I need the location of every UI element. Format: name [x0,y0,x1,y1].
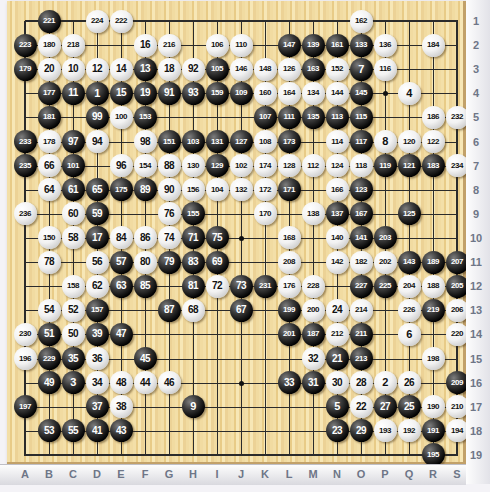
stone-G6[interactable]: 151 [158,130,181,153]
stone-A9[interactable]: 236 [14,202,37,225]
stone-H10[interactable]: 71 [182,226,205,249]
stone-C4[interactable]: 11 [62,82,85,105]
stone-D17[interactable]: 37 [86,395,109,418]
row-label-2: 2 [473,39,479,51]
stone-D11[interactable]: 56 [86,251,109,274]
column-label-P: P [381,468,388,480]
stone-B5[interactable]: 181 [38,106,61,129]
stone-B10[interactable]: 150 [38,226,61,249]
stone-I8[interactable]: 104 [206,178,229,201]
row-label-1: 1 [473,15,479,27]
stone-J8[interactable]: 132 [230,178,253,201]
stone-D18[interactable]: 41 [86,419,109,442]
stone-B16[interactable]: 49 [38,371,61,394]
stone-P12[interactable]: 225 [374,275,397,298]
stone-Q17[interactable]: 25 [398,395,421,418]
column-label-O: O [357,468,366,480]
stone-J2[interactable]: 110 [230,34,253,57]
row-label-19: 19 [470,449,482,461]
stone-F4[interactable]: 19 [134,82,157,105]
column-label-B: B [45,468,53,480]
stone-D1[interactable]: 224 [86,10,109,33]
row-label-10: 10 [470,232,482,244]
stone-L7[interactable]: 128 [278,154,301,177]
stone-N17[interactable]: 5 [326,395,349,418]
stone-D8[interactable]: 65 [86,178,109,201]
row-label-4: 4 [473,87,479,99]
column-label-E: E [117,468,124,480]
row-label-11: 11 [470,256,482,268]
stone-O8[interactable]: 123 [350,178,373,201]
stone-H11[interactable]: 83 [182,251,205,274]
stone-C14[interactable]: 50 [62,323,85,346]
stone-C15[interactable]: 35 [62,347,85,370]
stone-P6[interactable]: 8 [374,130,397,153]
stone-B1[interactable]: 221 [38,10,61,33]
stone-D12[interactable]: 62 [86,275,109,298]
stone-R13[interactable]: 219 [422,299,445,322]
column-label-A: A [21,468,29,480]
stone-M7[interactable]: 112 [302,154,325,177]
stone-N2[interactable]: 161 [326,34,349,57]
stone-B6[interactable]: 178 [38,130,61,153]
go-board[interactable]: 2212242221622231802181621610611014713916… [7,1,466,465]
stone-F11[interactable]: 80 [134,251,157,274]
stone-M5[interactable]: 135 [302,106,325,129]
stone-R7[interactable]: 183 [422,154,445,177]
stone-P10[interactable]: 203 [374,226,397,249]
stone-H13[interactable]: 68 [182,299,205,322]
row-label-9: 9 [473,208,479,220]
stone-M2[interactable]: 139 [302,34,325,57]
stone-B2[interactable]: 180 [38,34,61,57]
stone-G7[interactable]: 88 [158,154,181,177]
stone-P17[interactable]: 27 [374,395,397,418]
stone-N5[interactable]: 113 [326,106,349,129]
stone-L5[interactable]: 111 [278,106,301,129]
stone-E4[interactable]: 15 [110,82,133,105]
stone-E10[interactable]: 84 [110,226,133,249]
row-label-13: 13 [470,304,482,316]
stone-O1[interactable]: 162 [350,10,373,33]
stone-K8[interactable]: 172 [254,178,277,201]
stone-F10[interactable]: 86 [134,226,157,249]
stone-G8[interactable]: 90 [158,178,181,201]
stone-P11[interactable]: 202 [374,251,397,274]
row-label-16: 16 [470,377,482,389]
stone-K7[interactable]: 174 [254,154,277,177]
stone-B14[interactable]: 51 [38,323,61,346]
stone-P18[interactable]: 193 [374,419,397,442]
stone-D10[interactable]: 17 [86,226,109,249]
stone-N6[interactable]: 114 [326,130,349,153]
stone-B4[interactable]: 177 [38,82,61,105]
stone-C8[interactable]: 61 [62,178,85,201]
row-label-7: 7 [473,160,479,172]
stone-O11[interactable]: 182 [350,251,373,274]
stone-O7[interactable]: 118 [350,154,373,177]
stone-J3[interactable]: 146 [230,58,253,81]
stone-J6[interactable]: 127 [230,130,253,153]
column-label-R: R [429,468,437,480]
stone-N15[interactable]: 21 [326,347,349,370]
stone-N16[interactable]: 30 [326,371,349,394]
stone-H8[interactable]: 156 [182,178,205,201]
stone-H4[interactable]: 93 [182,82,205,105]
stone-L10[interactable]: 168 [278,226,301,249]
stone-M13[interactable]: 200 [302,299,325,322]
stone-L14[interactable]: 201 [278,323,301,346]
column-label-S: S [453,468,460,480]
stone-O13[interactable]: 214 [350,299,373,322]
stone-F5[interactable]: 153 [134,106,157,129]
stone-Q9[interactable]: 125 [398,202,421,225]
row-label-14: 14 [470,328,482,340]
stone-M3[interactable]: 163 [302,58,325,81]
stone-R12[interactable]: 188 [422,275,445,298]
stone-A14[interactable]: 230 [14,323,37,346]
stone-G2[interactable]: 216 [158,34,181,57]
stone-N8[interactable]: 166 [326,178,349,201]
stone-N3[interactable]: 152 [326,58,349,81]
stone-F12[interactable]: 85 [134,275,157,298]
column-label-L: L [286,468,293,480]
stone-K9[interactable]: 170 [254,202,277,225]
stone-L13[interactable]: 199 [278,299,301,322]
stone-N7[interactable]: 124 [326,154,349,177]
column-label-C: C [69,468,77,480]
stone-L3[interactable]: 126 [278,58,301,81]
stone-N14[interactable]: 212 [326,323,349,346]
go-game-screenshot: 2212242221622231802181621610611014713916… [0,0,490,492]
stone-D13[interactable]: 157 [86,299,109,322]
stone-O14[interactable]: 211 [350,323,373,346]
stone-R18[interactable]: 191 [422,419,445,442]
stone-H17[interactable]: 9 [182,395,205,418]
column-label-F: F [142,468,149,480]
stone-O16[interactable]: 28 [350,371,373,394]
star-point [383,91,388,96]
column-label-H: H [189,468,197,480]
stone-B7[interactable]: 66 [38,154,61,177]
stone-G10[interactable]: 74 [158,226,181,249]
stone-N9[interactable]: 137 [326,202,349,225]
stone-G3[interactable]: 18 [158,58,181,81]
stone-C12[interactable]: 158 [62,275,85,298]
stone-R2[interactable]: 184 [422,34,445,57]
stone-D4[interactable]: 1 [86,82,109,105]
stone-A6[interactable]: 233 [14,130,37,153]
stone-I7[interactable]: 129 [206,154,229,177]
stone-Q16[interactable]: 26 [398,371,421,394]
stone-L4[interactable]: 164 [278,82,301,105]
stone-D15[interactable]: 36 [86,347,109,370]
stone-F7[interactable]: 154 [134,154,157,177]
stone-M4[interactable]: 134 [302,82,325,105]
stone-E7[interactable]: 96 [110,154,133,177]
stone-F15[interactable]: 45 [134,347,157,370]
stone-B15[interactable]: 229 [38,347,61,370]
stone-L16[interactable]: 33 [278,371,301,394]
stone-F2[interactable]: 16 [134,34,157,57]
column-label-M: M [308,468,317,480]
stone-A2[interactable]: 223 [14,34,37,57]
column-label-Q: Q [405,468,414,480]
stone-I11[interactable]: 69 [206,251,229,274]
stone-I12[interactable]: 72 [206,275,229,298]
row-label-6: 6 [473,136,479,148]
stone-F3[interactable]: 13 [134,58,157,81]
stone-O3[interactable]: 7 [350,58,373,81]
stone-L2[interactable]: 147 [278,34,301,57]
stone-E11[interactable]: 57 [110,251,133,274]
stone-C2[interactable]: 218 [62,34,85,57]
stone-N11[interactable]: 142 [326,251,349,274]
stone-R15[interactable]: 198 [422,347,445,370]
stone-G9[interactable]: 76 [158,202,181,225]
row-label-17: 17 [470,401,482,413]
stone-F8[interactable]: 89 [134,178,157,201]
stone-L8[interactable]: 171 [278,178,301,201]
stone-Q12[interactable]: 204 [398,275,421,298]
stone-B8[interactable]: 64 [38,178,61,201]
stone-C18[interactable]: 55 [62,419,85,442]
stone-R5[interactable]: 186 [422,106,445,129]
stone-B18[interactable]: 53 [38,419,61,442]
stone-P7[interactable]: 119 [374,154,397,177]
stone-Q11[interactable]: 143 [398,251,421,274]
stone-R6[interactable]: 122 [422,130,445,153]
stone-E5[interactable]: 100 [110,106,133,129]
stone-M12[interactable]: 228 [302,275,325,298]
stone-M15[interactable]: 32 [302,347,325,370]
grid-vertical-line [433,21,434,456]
stone-Q6[interactable]: 120 [398,130,421,153]
stone-A15[interactable]: 196 [14,347,37,370]
stone-I4[interactable]: 159 [206,82,229,105]
stone-E8[interactable]: 175 [110,178,133,201]
stone-M9[interactable]: 138 [302,202,325,225]
stone-C16[interactable]: 3 [62,371,85,394]
stone-K12[interactable]: 231 [254,275,277,298]
stone-Q14[interactable]: 6 [398,323,421,346]
stone-Q13[interactable]: 226 [398,299,421,322]
stone-O15[interactable]: 213 [350,347,373,370]
column-label-K: K [261,468,269,480]
stone-L6[interactable]: 173 [278,130,301,153]
stone-I6[interactable]: 131 [206,130,229,153]
stone-O6[interactable]: 117 [350,130,373,153]
stone-L12[interactable]: 176 [278,275,301,298]
row-label-8: 8 [473,184,479,196]
star-point [239,236,244,241]
stone-E18[interactable]: 43 [110,419,133,442]
stone-N13[interactable]: 24 [326,299,349,322]
stone-Q4[interactable]: 4 [398,82,421,105]
column-label-J: J [238,468,244,480]
stone-E16[interactable]: 48 [110,371,133,394]
stone-E17[interactable]: 38 [110,395,133,418]
stone-A17[interactable]: 197 [14,395,37,418]
stone-I3[interactable]: 105 [206,58,229,81]
stone-M14[interactable]: 187 [302,323,325,346]
stone-B3[interactable]: 20 [38,58,61,81]
row-label-18: 18 [470,425,482,437]
stone-O18[interactable]: 29 [350,419,373,442]
stone-K3[interactable]: 148 [254,58,277,81]
stone-D3[interactable]: 12 [86,58,109,81]
row-label-15: 15 [470,353,482,365]
stone-C13[interactable]: 52 [62,299,85,322]
stone-G4[interactable]: 91 [158,82,181,105]
stone-J7[interactable]: 102 [230,154,253,177]
stone-O12[interactable]: 227 [350,275,373,298]
stone-O4[interactable]: 145 [350,82,373,105]
stone-J4[interactable]: 109 [230,82,253,105]
stone-E14[interactable]: 47 [110,323,133,346]
column-label-G: G [165,468,174,480]
stone-P3[interactable]: 116 [374,58,397,81]
stone-C7[interactable]: 101 [62,154,85,177]
stone-F6[interactable]: 98 [134,130,157,153]
stone-B13[interactable]: 54 [38,299,61,322]
row-label-5: 5 [473,111,479,123]
stone-G16[interactable]: 46 [158,371,181,394]
stone-D5[interactable]: 99 [86,106,109,129]
row-label-12: 12 [470,280,482,292]
stone-Q7[interactable]: 121 [398,154,421,177]
stone-P2[interactable]: 136 [374,34,397,57]
stone-I2[interactable]: 106 [206,34,229,57]
stone-H12[interactable]: 81 [182,275,205,298]
stone-O17[interactable]: 22 [350,395,373,418]
column-label-N: N [333,468,341,480]
stone-N18[interactable]: 23 [326,419,349,442]
stone-C10[interactable]: 58 [62,226,85,249]
stone-O5[interactable]: 115 [350,106,373,129]
column-label-I: I [215,468,218,480]
stone-O2[interactable]: 133 [350,34,373,57]
stone-J13[interactable]: 67 [230,299,253,322]
stone-D16[interactable]: 34 [86,371,109,394]
stone-H7[interactable]: 130 [182,154,205,177]
stone-O9[interactable]: 167 [350,202,373,225]
stone-O10[interactable]: 141 [350,226,373,249]
stone-C6[interactable]: 97 [62,130,85,153]
stone-R17[interactable]: 190 [422,395,445,418]
grid-horizontal-line [25,454,458,456]
stone-K5[interactable]: 107 [254,106,277,129]
stone-D6[interactable]: 94 [86,130,109,153]
stone-F16[interactable]: 44 [134,371,157,394]
stone-I10[interactable]: 75 [206,226,229,249]
stone-H3[interactable]: 92 [182,58,205,81]
row-label-3: 3 [473,63,479,75]
stone-J12[interactable]: 73 [230,275,253,298]
stone-D9[interactable]: 59 [86,202,109,225]
stone-G11[interactable]: 79 [158,251,181,274]
stone-H6[interactable]: 103 [182,130,205,153]
stone-B11[interactable]: 78 [38,251,61,274]
stone-Q18[interactable]: 192 [398,419,421,442]
stone-H9[interactable]: 155 [182,202,205,225]
star-point [239,381,244,386]
column-label-D: D [93,468,101,480]
stone-C9[interactable]: 60 [62,202,85,225]
stone-E12[interactable]: 63 [110,275,133,298]
stone-K4[interactable]: 160 [254,82,277,105]
stone-D14[interactable]: 39 [86,323,109,346]
stone-C3[interactable]: 10 [62,58,85,81]
stone-N10[interactable]: 140 [326,226,349,249]
stone-P16[interactable]: 2 [374,371,397,394]
stone-K6[interactable]: 108 [254,130,277,153]
stone-G13[interactable]: 87 [158,299,181,322]
stone-E3[interactable]: 14 [110,58,133,81]
stone-R11[interactable]: 189 [422,251,445,274]
stone-A3[interactable]: 179 [14,58,37,81]
stone-A7[interactable]: 235 [14,154,37,177]
stone-N4[interactable]: 144 [326,82,349,105]
stone-L11[interactable]: 208 [278,251,301,274]
stone-M16[interactable]: 31 [302,371,325,394]
stone-E1[interactable]: 222 [110,10,133,33]
